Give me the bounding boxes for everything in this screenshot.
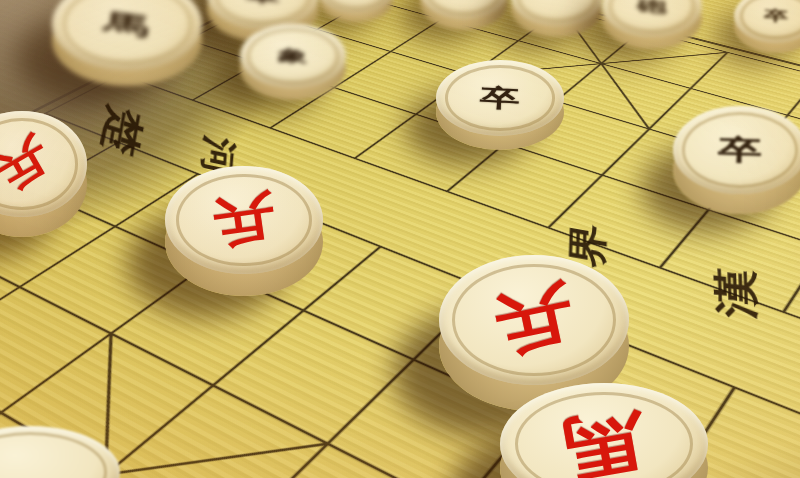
piece-face: 卒 [734,0,800,43]
piece-face: 兵 [0,111,87,217]
piece-character: 卒 [435,72,565,124]
piece-character: 卒 [733,0,800,34]
piece-face [319,0,393,13]
engraved-ring [0,432,107,478]
piece-face: 卒 [436,60,564,136]
piece-black-soldier-mid[interactable]: 卒 [436,74,564,150]
piece-face [420,0,508,19]
piece-red-cropped-bottom[interactable]: 馬 [500,407,708,478]
engraved-ring [426,0,502,15]
piece-face [511,0,603,26]
piece-black-far-blurred-3[interactable]: 象 [240,36,346,100]
piece-character: 卒 [672,120,800,179]
xiangqi-photo: 楚河界漢 馬車象砲卒卒卒兵兵兵馬 [0,0,800,478]
engraved-ring [324,0,388,10]
piece-face: 卒 [673,106,800,194]
piece-red-cropped-corner[interactable] [0,444,120,478]
piece-face: 馬 [52,0,202,70]
piece-black-soldier-right[interactable]: 卒 [673,126,800,214]
piece-face: 兵 [165,166,323,274]
piece-face: 砲 [602,0,702,37]
piece-face: 兵 [439,255,629,385]
engraved-ring [517,0,596,22]
piece-red-soldier-left[interactable]: 兵 [165,188,323,296]
piece-face: 象 [240,24,346,88]
